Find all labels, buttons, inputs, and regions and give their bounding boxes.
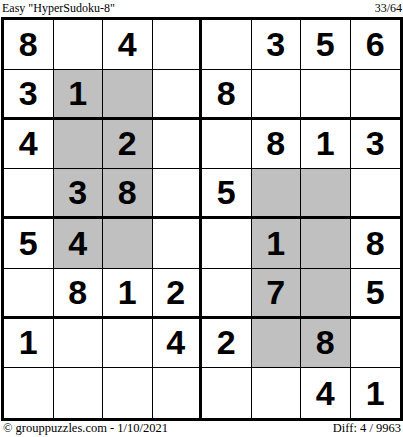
cell-r5c1[interactable]: 5 — [4, 219, 54, 269]
cell-r6c8[interactable]: 5 — [351, 269, 401, 319]
cell-r7c3[interactable] — [103, 319, 153, 369]
difficulty-text: Diff: 4 / 9963 — [333, 421, 401, 435]
cell-r1c4[interactable] — [153, 20, 203, 70]
cell-r5c5[interactable] — [202, 219, 252, 269]
cell-r4c2[interactable]: 3 — [54, 169, 104, 219]
cell-r7c2[interactable] — [54, 319, 104, 369]
cell-r6c1[interactable] — [4, 269, 54, 319]
cell-r3c8[interactable]: 3 — [351, 120, 401, 170]
cell-r7c4[interactable]: 4 — [153, 319, 203, 369]
page-header: Easy "HyperSudoku-8" 33/64 — [0, 0, 403, 16]
cell-r3c4[interactable] — [153, 120, 203, 170]
cell-r7c5[interactable]: 2 — [202, 319, 252, 369]
cell-r6c7[interactable] — [301, 269, 351, 319]
clue-counter: 33/64 — [375, 1, 402, 15]
cell-r1c2[interactable] — [54, 20, 104, 70]
cell-r3c5[interactable] — [202, 120, 252, 170]
cell-r3c7[interactable]: 1 — [301, 120, 351, 170]
cell-r6c4[interactable]: 2 — [153, 269, 203, 319]
cell-r8c6[interactable] — [252, 368, 302, 418]
cell-r1c6[interactable]: 3 — [252, 20, 302, 70]
cell-r4c8[interactable] — [351, 169, 401, 219]
cell-r8c4[interactable] — [153, 368, 203, 418]
cell-r5c2[interactable]: 4 — [54, 219, 104, 269]
cell-r1c1[interactable]: 8 — [4, 20, 54, 70]
cell-r4c7[interactable] — [301, 169, 351, 219]
cell-r1c5[interactable] — [202, 20, 252, 70]
cell-r8c2[interactable] — [54, 368, 104, 418]
cell-r5c8[interactable]: 8 — [351, 219, 401, 269]
cell-r1c3[interactable]: 4 — [103, 20, 153, 70]
cell-r3c1[interactable]: 4 — [4, 120, 54, 170]
cell-r2c6[interactable] — [252, 70, 302, 120]
cell-r2c1[interactable]: 3 — [4, 70, 54, 120]
cell-r2c7[interactable] — [301, 70, 351, 120]
sudoku-board: 8435631842813385541881275142841 — [1, 17, 403, 421]
cell-r6c2[interactable]: 8 — [54, 269, 104, 319]
cell-r5c6[interactable]: 1 — [252, 219, 302, 269]
cell-r8c8[interactable]: 1 — [351, 368, 401, 418]
cell-r2c4[interactable] — [153, 70, 203, 120]
cell-r3c6[interactable]: 8 — [252, 120, 302, 170]
cell-r7c6[interactable] — [252, 319, 302, 369]
cell-r4c5[interactable]: 5 — [202, 169, 252, 219]
cell-r8c1[interactable] — [4, 368, 54, 418]
cell-r6c5[interactable] — [202, 269, 252, 319]
cell-r2c2[interactable]: 1 — [54, 70, 104, 120]
cell-r3c3[interactable]: 2 — [103, 120, 153, 170]
cell-r3c2[interactable] — [54, 120, 104, 170]
cell-r6c6[interactable]: 7 — [252, 269, 302, 319]
cell-r2c3[interactable] — [103, 70, 153, 120]
cell-r6c3[interactable]: 1 — [103, 269, 153, 319]
cell-r8c7[interactable]: 4 — [301, 368, 351, 418]
cell-r5c3[interactable] — [103, 219, 153, 269]
cell-r4c3[interactable]: 8 — [103, 169, 153, 219]
cell-r1c8[interactable]: 6 — [351, 20, 401, 70]
cell-r5c4[interactable] — [153, 219, 203, 269]
copyright-text: © grouppuzzles.com - 1/10/2021 — [3, 421, 168, 435]
page-footer: © grouppuzzles.com - 1/10/2021 Diff: 4 /… — [0, 419, 403, 435]
puzzle-title: Easy "HyperSudoku-8" — [2, 1, 115, 15]
cell-r1c7[interactable]: 5 — [301, 20, 351, 70]
cell-r2c5[interactable]: 8 — [202, 70, 252, 120]
cell-r7c1[interactable]: 1 — [4, 319, 54, 369]
cell-r4c4[interactable] — [153, 169, 203, 219]
cell-r8c5[interactable] — [202, 368, 252, 418]
cell-r8c3[interactable] — [103, 368, 153, 418]
cell-r2c8[interactable] — [351, 70, 401, 120]
cell-r7c8[interactable] — [351, 319, 401, 369]
cell-r4c1[interactable] — [4, 169, 54, 219]
cell-r5c7[interactable] — [301, 219, 351, 269]
cell-r4c6[interactable] — [252, 169, 302, 219]
cell-r7c7[interactable]: 8 — [301, 319, 351, 369]
